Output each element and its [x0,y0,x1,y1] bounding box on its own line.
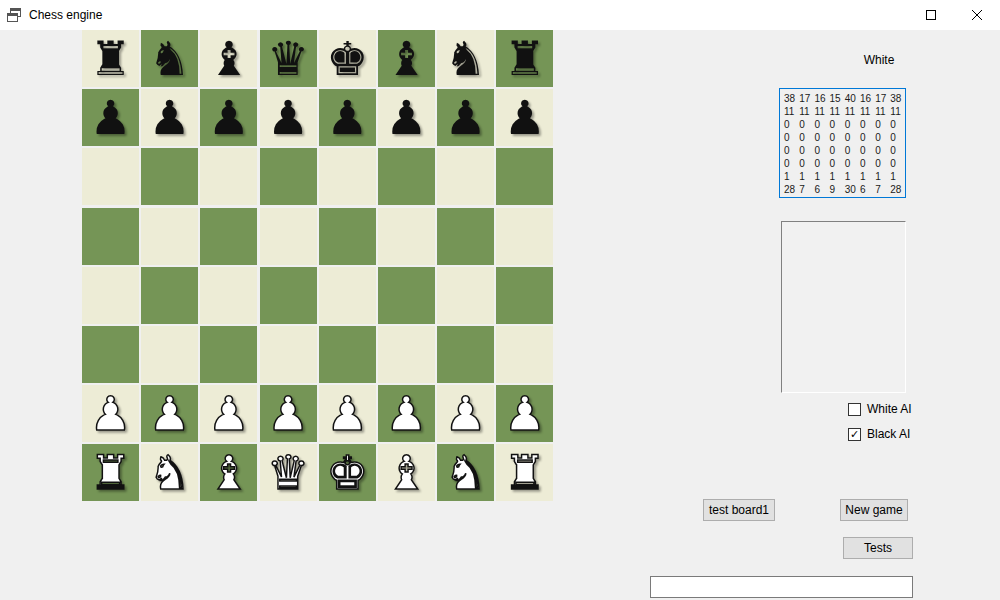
square-g5[interactable] [437,208,494,265]
eval-cell: 6 [860,183,875,196]
square-h7[interactable]: ♟ [496,89,553,146]
eval-cell: 40 [845,92,860,105]
test-board-button[interactable]: test board1 [703,499,775,521]
square-c5[interactable] [200,208,257,265]
square-d2[interactable]: ♟ [260,385,317,442]
square-c3[interactable] [200,326,257,383]
eval-cell: 0 [814,144,829,157]
close-button[interactable] [954,0,1000,30]
eval-cell: 0 [890,157,905,170]
black-king-piece: ♚ [326,35,368,82]
tests-button[interactable]: Tests [843,537,913,559]
square-c4[interactable] [200,267,257,324]
square-g2[interactable]: ♟ [437,385,494,442]
maximize-button[interactable] [908,0,954,30]
eval-cell: 0 [845,118,860,131]
square-f4[interactable] [378,267,435,324]
eval-cell: 11 [845,105,860,118]
square-a6[interactable] [82,148,139,205]
eval-cell: 0 [814,131,829,144]
square-a7[interactable]: ♟ [82,89,139,146]
eval-cell: 1 [814,170,829,183]
square-c2[interactable]: ♟ [200,385,257,442]
eval-cell: 0 [830,118,845,131]
black-ai-checkbox[interactable] [848,428,861,441]
chess-board: ♜♞♝♛♚♝♞♜♟♟♟♟♟♟♟♟♟♟♟♟♟♟♟♟♜♞♝♛♚♝♞♜ [82,30,553,501]
square-h4[interactable] [496,267,553,324]
square-a3[interactable] [82,326,139,383]
eval-cell: 1 [875,170,890,183]
eval-cell: 38 [890,92,905,105]
square-g1[interactable]: ♞ [437,444,494,501]
eval-cell: 6 [814,183,829,196]
square-d7[interactable]: ♟ [260,89,317,146]
square-h5[interactable] [496,208,553,265]
eval-cell: 0 [845,144,860,157]
square-g6[interactable] [437,148,494,205]
white-rook-piece: ♜ [504,449,546,496]
eval-cell: 1 [784,170,799,183]
eval-cell: 38 [784,92,799,105]
square-e4[interactable] [319,267,376,324]
square-g3[interactable] [437,326,494,383]
square-e5[interactable] [319,208,376,265]
black-pawn-piece: ♟ [385,94,427,141]
black-rook-piece: ♜ [89,35,131,82]
black-pawn-piece: ♟ [89,94,131,141]
eval-cell: 0 [860,157,875,170]
square-c1[interactable]: ♝ [200,444,257,501]
eval-cell: 0 [784,131,799,144]
eval-cell: 0 [799,157,814,170]
white-rook-piece: ♜ [89,449,131,496]
square-h2[interactable]: ♟ [496,385,553,442]
eval-cell: 0 [830,144,845,157]
square-b3[interactable] [141,326,198,383]
square-b6[interactable] [141,148,198,205]
eval-cell: 11 [890,105,905,118]
white-pawn-piece: ♟ [267,390,309,437]
square-e7[interactable]: ♟ [319,89,376,146]
eval-cell: 0 [845,131,860,144]
eval-cell: 0 [845,157,860,170]
close-icon [972,10,982,20]
eval-cell: 11 [860,105,875,118]
eval-cell: 17 [875,92,890,105]
move-list-box[interactable] [781,221,906,393]
eval-cell: 0 [890,144,905,157]
square-h8[interactable]: ♜ [496,30,553,87]
square-b5[interactable] [141,208,198,265]
eval-cell: 11 [875,105,890,118]
square-g4[interactable] [437,267,494,324]
new-game-button[interactable]: New game [840,499,908,521]
eval-cell: 0 [890,118,905,131]
eval-cell: 0 [875,144,890,157]
square-g7[interactable]: ♟ [437,89,494,146]
white-bishop-piece: ♝ [385,449,427,496]
square-h3[interactable] [496,326,553,383]
eval-cell: 1 [830,170,845,183]
square-b4[interactable] [141,267,198,324]
square-h6[interactable] [496,148,553,205]
turn-to-move-label: White [849,53,909,67]
square-c8[interactable]: ♝ [200,30,257,87]
square-d3[interactable] [260,326,317,383]
square-e1[interactable]: ♚ [319,444,376,501]
white-pawn-piece: ♟ [208,390,250,437]
square-b2[interactable]: ♟ [141,385,198,442]
eval-cell: 0 [799,118,814,131]
eval-cell: 0 [784,157,799,170]
square-f1[interactable]: ♝ [378,444,435,501]
eval-cell: 0 [814,157,829,170]
eval-cell: 0 [799,144,814,157]
black-pawn-piece: ♟ [267,94,309,141]
square-c6[interactable] [200,148,257,205]
black-bishop-piece: ♝ [208,35,250,82]
eval-cell: 0 [890,131,905,144]
square-a8[interactable]: ♜ [82,30,139,87]
square-f5[interactable] [378,208,435,265]
eval-cell: 11 [784,105,799,118]
eval-cell: 7 [799,183,814,196]
eval-cell: 0 [875,131,890,144]
eval-cell: 30 [845,183,860,196]
eval-cell: 16 [860,92,875,105]
white-queen-piece: ♛ [267,449,309,496]
maximize-icon [926,10,936,20]
evaluation-grid-box[interactable]: 3817161540161738111111111111111100000000… [779,88,906,198]
eval-grid: 3817161540161738111111111111111100000000… [784,92,905,196]
eval-cell: 0 [784,144,799,157]
white-pawn-piece: ♟ [149,390,191,437]
square-a1[interactable]: ♜ [82,444,139,501]
square-f6[interactable] [378,148,435,205]
eval-cell: 0 [860,144,875,157]
eval-cell: 28 [784,183,799,196]
eval-cell: 0 [860,118,875,131]
square-e6[interactable] [319,148,376,205]
square-d8[interactable]: ♛ [260,30,317,87]
square-d5[interactable] [260,208,317,265]
eval-cell: 1 [845,170,860,183]
white-pawn-piece: ♟ [445,390,487,437]
eval-cell: 1 [799,170,814,183]
square-b8[interactable]: ♞ [141,30,198,87]
white-bishop-piece: ♝ [208,449,250,496]
black-knight-piece: ♞ [149,35,191,82]
square-c7[interactable]: ♟ [200,89,257,146]
square-f7[interactable]: ♟ [378,89,435,146]
black-queen-piece: ♛ [267,35,309,82]
eval-cell: 11 [830,105,845,118]
black-pawn-piece: ♟ [149,94,191,141]
square-a4[interactable] [82,267,139,324]
eval-cell: 15 [830,92,845,105]
black-pawn-piece: ♟ [504,94,546,141]
eval-cell: 0 [875,157,890,170]
window-title: Chess engine [29,8,102,22]
square-d4[interactable] [260,267,317,324]
eval-cell: 1 [860,170,875,183]
square-b1[interactable]: ♞ [141,444,198,501]
white-knight-piece: ♞ [149,449,191,496]
square-f8[interactable]: ♝ [378,30,435,87]
square-g8[interactable]: ♞ [437,30,494,87]
square-d1[interactable]: ♛ [260,444,317,501]
white-knight-piece: ♞ [445,449,487,496]
move-input[interactable] [650,576,913,598]
square-b7[interactable]: ♟ [141,89,198,146]
eval-cell: 0 [875,118,890,131]
eval-cell: 17 [799,92,814,105]
square-d6[interactable] [260,148,317,205]
eval-cell: 0 [830,131,845,144]
eval-cell: 1 [890,170,905,183]
black-ai-label: Black AI [867,427,910,441]
square-f3[interactable] [378,326,435,383]
black-pawn-piece: ♟ [208,94,250,141]
white-ai-checkbox[interactable] [848,403,861,416]
black-pawn-piece: ♟ [326,94,368,141]
black-rook-piece: ♜ [504,35,546,82]
square-e3[interactable] [319,326,376,383]
white-pawn-piece: ♟ [89,390,131,437]
white-king-piece: ♚ [326,449,368,496]
white-pawn-piece: ♟ [385,390,427,437]
app-icon [7,8,21,22]
square-a5[interactable] [82,208,139,265]
title-bar: Chess engine [0,0,1000,30]
eval-cell: 0 [814,118,829,131]
eval-cell: 11 [799,105,814,118]
black-knight-piece: ♞ [445,35,487,82]
square-e2[interactable]: ♟ [319,385,376,442]
square-e8[interactable]: ♚ [319,30,376,87]
black-bishop-piece: ♝ [385,35,427,82]
white-pawn-piece: ♟ [326,390,368,437]
eval-cell: 16 [814,92,829,105]
eval-cell: 7 [875,183,890,196]
square-a2[interactable]: ♟ [82,385,139,442]
eval-cell: 28 [890,183,905,196]
square-f2[interactable]: ♟ [378,385,435,442]
eval-cell: 9 [830,183,845,196]
eval-cell: 0 [784,118,799,131]
eval-cell: 11 [814,105,829,118]
square-h1[interactable]: ♜ [496,444,553,501]
white-ai-label: White AI [867,402,912,416]
eval-cell: 0 [830,157,845,170]
eval-cell: 0 [799,131,814,144]
white-pawn-piece: ♟ [504,390,546,437]
eval-cell: 0 [860,131,875,144]
black-pawn-piece: ♟ [445,94,487,141]
